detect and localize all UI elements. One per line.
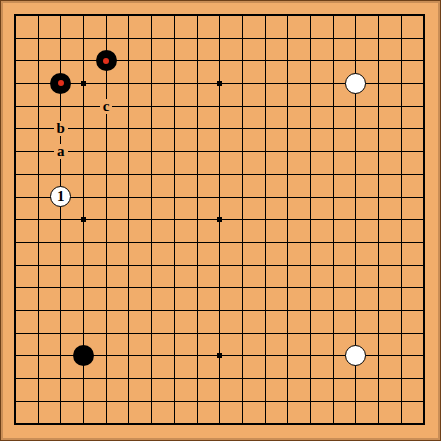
circle-marker-icon [58, 80, 64, 86]
white-stone-cell [344, 72, 367, 95]
white-stone-cell: 1 [49, 186, 72, 209]
star-point-cell [208, 344, 231, 367]
label-cell: a [49, 140, 72, 163]
point-label-b: b [54, 121, 68, 136]
white-stone-move-1: 1 [50, 186, 71, 207]
label-cell: c [95, 95, 118, 118]
go-diagram: cba1 [0, 0, 441, 441]
star-point-cell [208, 208, 231, 231]
star-point-cell [72, 72, 95, 95]
star-point-cell [208, 72, 231, 95]
black-stone-cell [95, 49, 118, 72]
star-point-cell [72, 208, 95, 231]
point-label-a: a [54, 144, 68, 159]
circle-marker-icon [103, 58, 109, 64]
black-stone-circled [50, 73, 71, 94]
star-point [217, 81, 222, 86]
board-grid: cba1 [4, 4, 435, 435]
star-point [217, 217, 222, 222]
star-point [81, 81, 86, 86]
star-point [81, 217, 86, 222]
point-label-c: c [100, 99, 113, 114]
star-point [217, 353, 222, 358]
black-stone-circled [96, 50, 117, 71]
go-board: cba1 [3, 3, 438, 438]
white-stone [345, 73, 366, 94]
black-stone-cell [49, 72, 72, 95]
black-stone-cell [72, 344, 95, 367]
white-stone-cell [344, 344, 367, 367]
black-stone [73, 345, 94, 366]
white-stone [345, 345, 366, 366]
move-number: 1 [57, 189, 65, 204]
label-cell: b [49, 117, 72, 140]
